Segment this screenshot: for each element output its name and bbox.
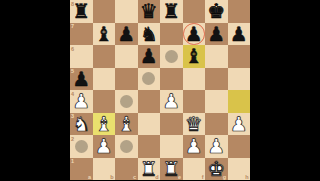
square-b4[interactable] [93, 90, 116, 113]
file-label-h: h [245, 174, 248, 180]
square-g1[interactable]: g♚ [205, 158, 228, 181]
file-label-c: c [133, 174, 136, 180]
move-hint-dot[interactable] [142, 72, 155, 85]
square-a2[interactable]: 2 [70, 135, 93, 158]
file-label-a: a [88, 174, 91, 180]
square-e5[interactable] [160, 68, 183, 91]
white-pawn[interactable]: ♟ [228, 113, 251, 136]
square-d3[interactable] [138, 113, 161, 136]
chess-board: 8♜♛♜♚7♝♟♞♟♟♟6♟♝5♟4♟♟3♞♝♝♛♟2♟♟♟1abcd♜e♜fg… [70, 0, 250, 180]
square-b3[interactable]: ♝ [93, 113, 116, 136]
square-a6[interactable]: 6 [70, 45, 93, 68]
square-f7[interactable]: ♟ [183, 23, 206, 46]
white-pawn[interactable]: ♟ [183, 135, 206, 158]
white-bishop[interactable]: ♝ [93, 113, 116, 136]
square-g2[interactable]: ♟ [205, 135, 228, 158]
square-h4[interactable] [228, 90, 251, 113]
square-e6[interactable] [160, 45, 183, 68]
square-a8[interactable]: 8♜ [70, 0, 93, 23]
square-c6[interactable] [115, 45, 138, 68]
square-h2[interactable] [228, 135, 251, 158]
square-a4[interactable]: 4♟ [70, 90, 93, 113]
square-a1[interactable]: 1a [70, 158, 93, 181]
move-hint-dot[interactable] [120, 95, 133, 108]
square-h6[interactable] [228, 45, 251, 68]
square-f4[interactable] [183, 90, 206, 113]
square-f3[interactable]: ♛ [183, 113, 206, 136]
square-e8[interactable]: ♜ [160, 0, 183, 23]
square-d8[interactable]: ♛ [138, 0, 161, 23]
square-e1[interactable]: e♜ [160, 158, 183, 181]
square-d6[interactable]: ♟ [138, 45, 161, 68]
square-c7[interactable]: ♟ [115, 23, 138, 46]
black-rook[interactable]: ♜ [160, 0, 183, 23]
black-queen[interactable]: ♛ [138, 0, 161, 23]
square-b2[interactable]: ♟ [93, 135, 116, 158]
white-knight[interactable]: ♞ [70, 113, 93, 136]
square-c5[interactable] [115, 68, 138, 91]
black-bishop[interactable]: ♝ [183, 45, 206, 68]
square-d4[interactable] [138, 90, 161, 113]
square-d1[interactable]: d♜ [138, 158, 161, 181]
square-b7[interactable]: ♝ [93, 23, 116, 46]
black-bishop[interactable]: ♝ [93, 23, 116, 46]
square-f8[interactable] [183, 0, 206, 23]
black-pawn[interactable]: ♟ [138, 45, 161, 68]
square-e7[interactable] [160, 23, 183, 46]
white-bishop[interactable]: ♝ [115, 113, 138, 136]
black-pawn[interactable]: ♟ [228, 23, 251, 46]
square-a7[interactable]: 7 [70, 23, 93, 46]
square-a5[interactable]: 5♟ [70, 68, 93, 91]
square-g5[interactable] [205, 68, 228, 91]
white-pawn[interactable]: ♟ [160, 90, 183, 113]
rank-label-2: 2 [71, 136, 74, 142]
file-label-f: f [202, 174, 204, 180]
square-c3[interactable]: ♝ [115, 113, 138, 136]
square-h5[interactable] [228, 68, 251, 91]
square-h1[interactable]: h [228, 158, 251, 181]
square-h8[interactable] [228, 0, 251, 23]
file-label-b: b [110, 174, 113, 180]
square-c2[interactable] [115, 135, 138, 158]
white-pawn[interactable]: ♟ [205, 135, 228, 158]
square-d7[interactable]: ♞ [138, 23, 161, 46]
square-h3[interactable]: ♟ [228, 113, 251, 136]
square-f1[interactable]: f [183, 158, 206, 181]
square-b5[interactable] [93, 68, 116, 91]
black-pawn[interactable]: ♟ [70, 68, 93, 91]
white-king[interactable]: ♚ [205, 158, 228, 181]
black-pawn[interactable]: ♟ [183, 23, 206, 46]
square-h7[interactable]: ♟ [228, 23, 251, 46]
square-c1[interactable]: c [115, 158, 138, 181]
black-pawn[interactable]: ♟ [115, 23, 138, 46]
white-rook[interactable]: ♜ [138, 158, 161, 181]
white-rook[interactable]: ♜ [160, 158, 183, 181]
square-g4[interactable] [205, 90, 228, 113]
square-g8[interactable]: ♚ [205, 0, 228, 23]
square-b1[interactable]: b [93, 158, 116, 181]
square-d5[interactable] [138, 68, 161, 91]
square-g6[interactable] [205, 45, 228, 68]
white-pawn[interactable]: ♟ [93, 135, 116, 158]
square-e4[interactable]: ♟ [160, 90, 183, 113]
black-rook[interactable]: ♜ [70, 0, 93, 23]
move-hint-dot[interactable] [75, 140, 88, 153]
rank-label-6: 6 [71, 46, 74, 52]
square-d2[interactable] [138, 135, 161, 158]
square-e2[interactable] [160, 135, 183, 158]
square-a3[interactable]: 3♞ [70, 113, 93, 136]
square-c4[interactable] [115, 90, 138, 113]
move-hint-dot[interactable] [165, 50, 178, 63]
app-background: 8♜♛♜♚7♝♟♞♟♟♟6♟♝5♟4♟♟3♞♝♝♛♟2♟♟♟1abcd♜e♜fg… [0, 0, 320, 180]
black-king[interactable]: ♚ [205, 0, 228, 23]
black-knight[interactable]: ♞ [138, 23, 161, 46]
square-f2[interactable]: ♟ [183, 135, 206, 158]
square-e3[interactable] [160, 113, 183, 136]
rank-label-7: 7 [71, 23, 74, 29]
square-f6[interactable]: ♝ [183, 45, 206, 68]
square-c8[interactable] [115, 0, 138, 23]
white-queen[interactable]: ♛ [183, 113, 206, 136]
square-f5[interactable] [183, 68, 206, 91]
move-hint-dot[interactable] [120, 140, 133, 153]
black-pawn[interactable]: ♟ [205, 23, 228, 46]
rank-label-1: 1 [71, 158, 74, 164]
square-g3[interactable] [205, 113, 228, 136]
square-b8[interactable] [93, 0, 116, 23]
square-g7[interactable]: ♟ [205, 23, 228, 46]
square-b6[interactable] [93, 45, 116, 68]
white-pawn[interactable]: ♟ [70, 90, 93, 113]
